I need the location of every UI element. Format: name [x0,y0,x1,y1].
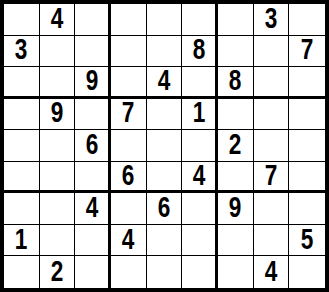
cell-r8c9: 5 [289,225,325,257]
given-digit: 3 [265,4,278,35]
cell-r2c3[interactable] [75,36,111,68]
cell-r3c7: 8 [218,67,254,99]
cell-r4c4: 7 [111,99,147,131]
cell-r9c1[interactable] [4,256,40,288]
given-digit: 5 [301,225,314,256]
cell-r6c9[interactable] [289,162,325,194]
cell-r5c4[interactable] [111,130,147,162]
cell-r1c2: 4 [40,4,76,36]
cell-r6c6: 4 [182,162,218,194]
cell-r5c9[interactable] [289,130,325,162]
cell-r3c8[interactable] [254,67,290,99]
cell-r2c5[interactable] [147,36,183,68]
cell-r4c3[interactable] [75,99,111,131]
given-digit: 8 [229,67,242,97]
cell-r1c6[interactable] [182,4,218,36]
cell-r2c6: 8 [182,36,218,68]
cell-r1c9[interactable] [289,4,325,36]
cell-r8c4: 4 [111,225,147,257]
cell-r5c6[interactable] [182,130,218,162]
cell-r4c2: 9 [40,99,76,131]
cell-r7c6[interactable] [182,193,218,225]
cell-r8c1: 1 [4,225,40,257]
cell-r3c5: 4 [147,67,183,99]
given-digit: 1 [15,225,28,256]
cell-r5c2[interactable] [40,130,76,162]
cell-r6c1[interactable] [4,162,40,194]
cell-r7c7: 9 [218,193,254,225]
cell-r9c5[interactable] [147,256,183,288]
given-digit: 6 [158,193,171,224]
cell-r1c4[interactable] [111,4,147,36]
given-digit: 1 [192,99,205,130]
given-digit: 4 [192,162,205,192]
cell-r3c3: 9 [75,67,111,99]
given-digit: 4 [122,225,135,256]
cell-r2c2[interactable] [40,36,76,68]
cell-r8c3[interactable] [75,225,111,257]
cell-r3c1[interactable] [4,67,40,99]
cell-r7c4[interactable] [111,193,147,225]
cell-r2c1: 3 [4,36,40,68]
cell-r6c7[interactable] [218,162,254,194]
cell-r6c5[interactable] [147,162,183,194]
given-digit: 9 [229,193,242,224]
cell-r5c8[interactable] [254,130,290,162]
given-digit: 7 [122,99,135,130]
cell-r2c4[interactable] [111,36,147,68]
cell-r6c4: 6 [111,162,147,194]
cell-r6c8: 7 [254,162,290,194]
cell-r3c9[interactable] [289,67,325,99]
cell-r9c3[interactable] [75,256,111,288]
cell-r7c3: 4 [75,193,111,225]
cell-r7c9[interactable] [289,193,325,225]
cell-r4c9[interactable] [289,99,325,131]
cell-r8c5[interactable] [147,225,183,257]
cell-r2c9: 7 [289,36,325,68]
cell-r6c3[interactable] [75,162,111,194]
cell-r1c3[interactable] [75,4,111,36]
given-digit: 6 [122,162,135,192]
cell-r9c6[interactable] [182,256,218,288]
given-digit: 7 [265,162,278,192]
given-digit: 8 [192,36,205,67]
cell-r5c5[interactable] [147,130,183,162]
cell-r4c8[interactable] [254,99,290,131]
cell-r5c1[interactable] [4,130,40,162]
cell-r4c5[interactable] [147,99,183,131]
cell-r4c1[interactable] [4,99,40,131]
cell-r5c3: 6 [75,130,111,162]
cell-r8c2[interactable] [40,225,76,257]
cell-r3c6[interactable] [182,67,218,99]
cell-r1c7[interactable] [218,4,254,36]
cell-r3c4[interactable] [111,67,147,99]
given-digit: 4 [158,67,171,97]
cell-r9c2: 2 [40,256,76,288]
cell-r7c2[interactable] [40,193,76,225]
given-digit: 2 [229,130,242,161]
cell-r2c8[interactable] [254,36,290,68]
given-digit: 4 [85,193,98,224]
cell-r7c1[interactable] [4,193,40,225]
given-digit: 9 [85,67,98,97]
cell-r9c4[interactable] [111,256,147,288]
cell-r8c6[interactable] [182,225,218,257]
cell-r1c5[interactable] [147,4,183,36]
given-digit: 7 [301,36,314,67]
given-digit: 4 [265,257,278,288]
given-digit: 6 [85,130,98,161]
cell-r8c8[interactable] [254,225,290,257]
sudoku-board: 433879489716264746914524 [0,0,329,292]
cell-r4c6: 1 [182,99,218,131]
cell-r7c5: 6 [147,193,183,225]
cell-r4c7[interactable] [218,99,254,131]
given-digit: 4 [51,4,64,35]
cell-r8c7[interactable] [218,225,254,257]
given-digit: 2 [51,257,64,288]
cell-r9c8: 4 [254,256,290,288]
cell-r3c2[interactable] [40,67,76,99]
cell-r9c7[interactable] [218,256,254,288]
cell-r5c7: 2 [218,130,254,162]
cell-r9c9[interactable] [289,256,325,288]
cell-r1c1[interactable] [4,4,40,36]
given-digit: 3 [15,36,28,67]
given-digit: 9 [51,99,64,130]
cell-r6c2[interactable] [40,162,76,194]
cell-r2c7[interactable] [218,36,254,68]
cell-r7c8[interactable] [254,193,290,225]
cell-r1c8: 3 [254,4,290,36]
